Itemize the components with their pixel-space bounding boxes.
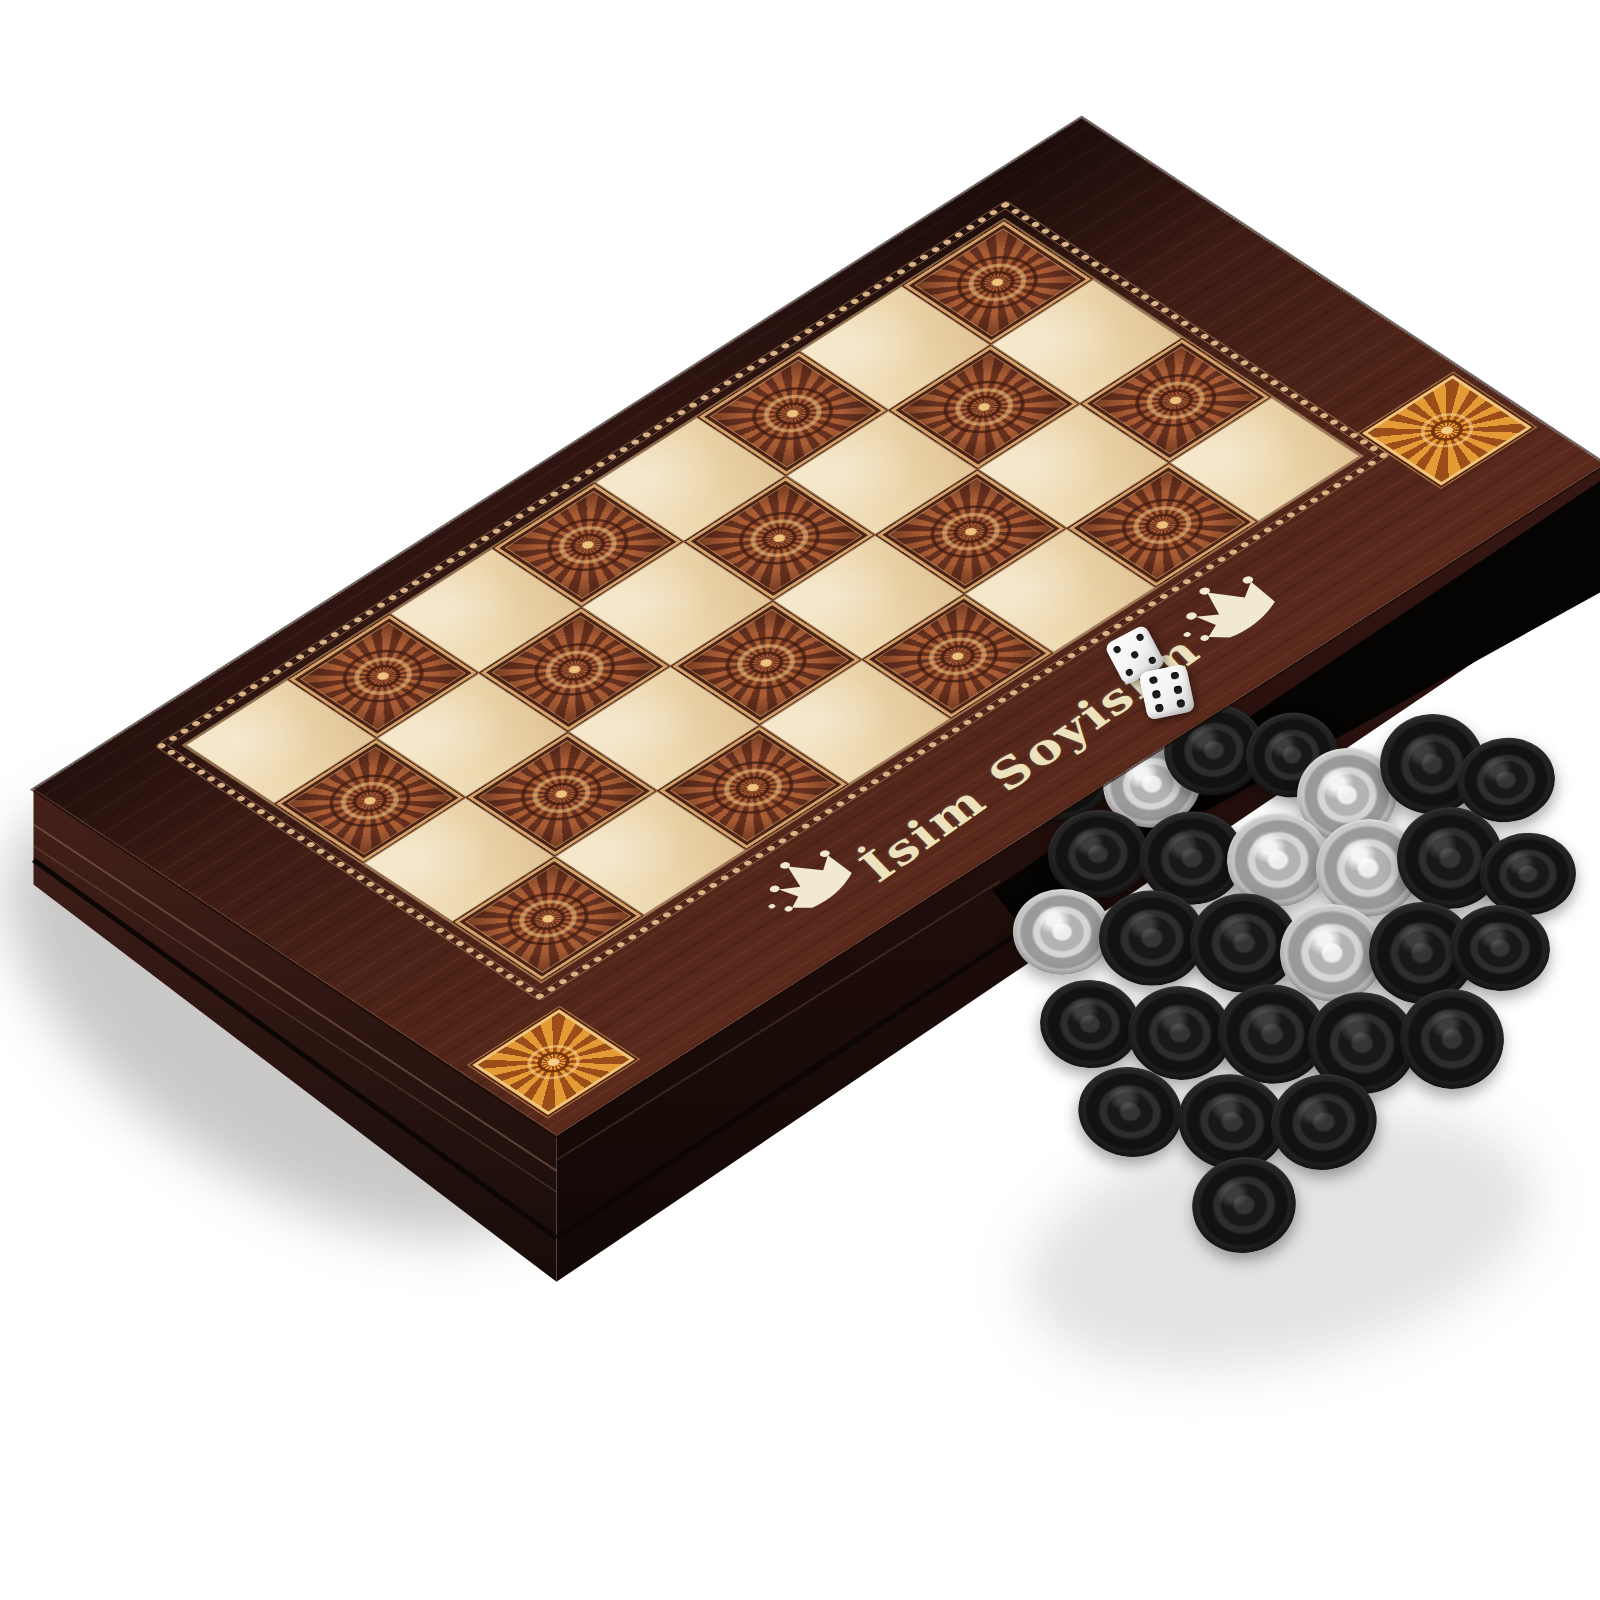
product-photo-scene: İsim Soyisim <box>0 0 1600 1600</box>
